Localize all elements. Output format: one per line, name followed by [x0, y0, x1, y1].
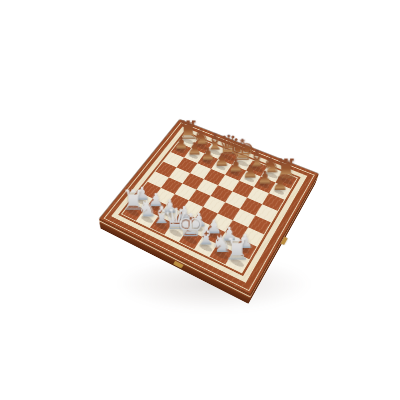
square-d6[interactable] [204, 169, 225, 185]
square-b8[interactable] [191, 139, 211, 154]
piece-black-pawn-e7[interactable]: ♟ [227, 156, 244, 174]
photo-canvas: ♜♞♝♛♚♝♞♜♟♟♟♟♟♟♟♟♟♟♟♟♟♟♟♟♜♞♝♛♚♝♞♜ [0, 0, 400, 400]
square-a8[interactable] [178, 134, 198, 148]
square-d8[interactable] [218, 149, 239, 164]
scene: ♜♞♝♛♚♝♞♜♟♟♟♟♟♟♟♟♟♟♟♟♟♟♟♟♜♞♝♛♚♝♞♜ [0, 0, 400, 400]
piece-shadow [175, 147, 185, 153]
square-c5[interactable] [182, 173, 203, 189]
piece-white-rook-h1[interactable]: ♜ [226, 233, 248, 264]
piece-black-rook-a8[interactable]: ♜ [179, 117, 197, 143]
square-a5[interactable] [156, 162, 177, 178]
piece-black-pawn-h7[interactable]: ♟ [271, 174, 289, 193]
square-c8[interactable] [205, 144, 225, 159]
square-a6[interactable] [163, 152, 184, 167]
piece-black-pawn-a7[interactable]: ♟ [173, 134, 190, 152]
piece-black-pawn-c7[interactable]: ♟ [199, 145, 216, 163]
piece-black-bishop-f8[interactable]: ♝ [247, 147, 266, 170]
piece-shadow [259, 182, 270, 189]
square-b7[interactable] [184, 148, 205, 163]
square-b6[interactable] [177, 158, 198, 174]
piece-black-pawn-b7[interactable]: ♟ [186, 140, 203, 158]
piece-shadow [249, 165, 263, 174]
piece-black-pawn-f7[interactable]: ♟ [241, 162, 259, 181]
square-d5[interactable] [196, 179, 218, 196]
piece-black-king-e8[interactable]: ♚ [232, 135, 253, 165]
square-a4[interactable] [148, 172, 169, 188]
square-f8[interactable] [246, 161, 267, 177]
square-d7[interactable] [211, 159, 232, 175]
piece-shadow [244, 176, 255, 183]
piece-shadow [235, 159, 249, 167]
camera-roll-wrapper: ♜♞♝♛♚♝♞♜♟♟♟♟♟♟♟♟♟♟♟♟♟♟♟♟♜♞♝♛♚♝♞♜ [0, 0, 400, 400]
square-e6[interactable] [218, 175, 239, 192]
square-c6[interactable] [190, 163, 211, 179]
square-f7[interactable] [239, 171, 260, 187]
square-b5[interactable] [169, 167, 190, 183]
square-e8[interactable] [232, 155, 253, 171]
piece-shadow [208, 148, 222, 156]
piece-shadow [194, 143, 207, 151]
piece-black-pawn-d7[interactable]: ♟ [213, 150, 230, 168]
chess-board: ♜♞♝♛♚♝♞♜♟♟♟♟♟♟♟♟♟♟♟♟♟♟♟♟♜♞♝♛♚♝♞♜ [100, 120, 318, 295]
piece-shadow [189, 153, 200, 159]
piece-black-queen-d8[interactable]: ♛ [218, 131, 239, 158]
piece-shadow [181, 137, 194, 145]
square-a7[interactable] [171, 143, 191, 158]
piece-shadow [221, 153, 235, 161]
piece-black-bishop-c8[interactable]: ♝ [205, 131, 224, 154]
square-e7[interactable] [225, 165, 246, 181]
square-c7[interactable] [197, 153, 218, 168]
piece-shadow [202, 158, 213, 165]
piece-black-knight-b8[interactable]: ♞ [192, 127, 211, 148]
piece-shadow [230, 170, 241, 177]
piece-shadow [216, 164, 227, 171]
